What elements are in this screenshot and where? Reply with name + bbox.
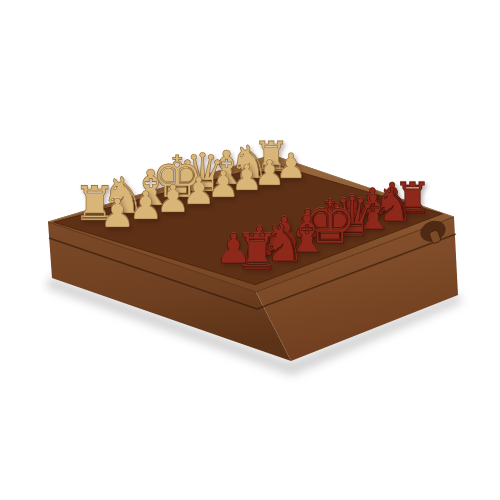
product-photo: ♜♞♝♚♛♝♞♜♟♟♟♟♟♟♟♟♟♟♟♟♟♟♟♟♜♞♝♚♛♝♞♜ — [0, 0, 500, 500]
chess-box — [0, 0, 500, 500]
